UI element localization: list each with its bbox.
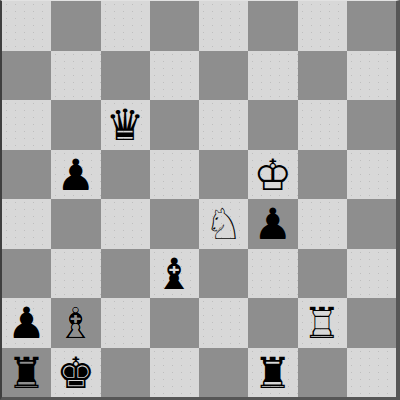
square-b3[interactable] — [51, 249, 100, 299]
square-a5[interactable] — [2, 150, 51, 200]
square-a2[interactable]: ♟ — [2, 298, 51, 348]
square-g6[interactable] — [298, 100, 347, 150]
square-h1[interactable] — [347, 348, 396, 398]
square-a4[interactable] — [2, 199, 51, 249]
square-e1[interactable] — [199, 348, 248, 398]
square-f3[interactable] — [248, 249, 297, 299]
square-d6[interactable] — [150, 100, 199, 150]
square-b6[interactable] — [51, 100, 100, 150]
square-g1[interactable] — [298, 348, 347, 398]
square-h4[interactable] — [347, 199, 396, 249]
black-pawn-piece[interactable]: ♟ — [254, 203, 293, 246]
square-e8[interactable] — [199, 1, 248, 51]
black-rook-piece[interactable]: ♜ — [7, 352, 46, 395]
square-c6[interactable]: ♛ — [101, 100, 150, 150]
square-h5[interactable] — [347, 150, 396, 200]
square-d2[interactable] — [150, 298, 199, 348]
square-b5[interactable]: ♟ — [51, 150, 100, 200]
square-c4[interactable] — [101, 199, 150, 249]
square-f1[interactable]: ♜ — [248, 348, 297, 398]
white-rook-piece[interactable]: ♖ — [303, 302, 342, 345]
square-e2[interactable] — [199, 298, 248, 348]
square-g8[interactable] — [298, 1, 347, 51]
square-b7[interactable] — [51, 51, 100, 101]
square-e6[interactable] — [199, 100, 248, 150]
black-queen-piece[interactable]: ♛ — [106, 104, 145, 147]
square-a8[interactable] — [2, 1, 51, 51]
square-f2[interactable] — [248, 298, 297, 348]
black-pawn-piece[interactable]: ♟ — [7, 302, 46, 345]
square-g7[interactable] — [298, 51, 347, 101]
square-a7[interactable] — [2, 51, 51, 101]
square-d5[interactable] — [150, 150, 199, 200]
square-e3[interactable] — [199, 249, 248, 299]
square-f5[interactable]: ♔ — [248, 150, 297, 200]
square-d8[interactable] — [150, 1, 199, 51]
square-e5[interactable] — [199, 150, 248, 200]
black-king-piece[interactable]: ♚ — [57, 352, 96, 395]
square-h2[interactable] — [347, 298, 396, 348]
black-pawn-piece[interactable]: ♟ — [57, 154, 96, 197]
square-b2[interactable]: ♗ — [51, 298, 100, 348]
square-g4[interactable] — [298, 199, 347, 249]
square-d1[interactable] — [150, 348, 199, 398]
square-b8[interactable] — [51, 1, 100, 51]
square-g3[interactable] — [298, 249, 347, 299]
square-c3[interactable] — [101, 249, 150, 299]
square-g5[interactable] — [298, 150, 347, 200]
square-f7[interactable] — [248, 51, 297, 101]
square-c7[interactable] — [101, 51, 150, 101]
square-h7[interactable] — [347, 51, 396, 101]
chess-board: ♛♟♔♘♟♝♟♗♖♜♚♜ — [2, 1, 396, 397]
square-d7[interactable] — [150, 51, 199, 101]
square-b1[interactable]: ♚ — [51, 348, 100, 398]
white-bishop-piece[interactable]: ♗ — [57, 302, 96, 345]
square-c5[interactable] — [101, 150, 150, 200]
white-king-piece[interactable]: ♔ — [254, 154, 293, 197]
square-e7[interactable] — [199, 51, 248, 101]
black-rook-piece[interactable]: ♜ — [254, 352, 293, 395]
black-bishop-piece[interactable]: ♝ — [155, 253, 194, 296]
square-d4[interactable] — [150, 199, 199, 249]
white-knight-piece[interactable]: ♘ — [204, 203, 243, 246]
chess-board-frame: ♛♟♔♘♟♝♟♗♖♜♚♜ — [0, 0, 400, 400]
square-a3[interactable] — [2, 249, 51, 299]
square-h8[interactable] — [347, 1, 396, 51]
square-g2[interactable]: ♖ — [298, 298, 347, 348]
square-b4[interactable] — [51, 199, 100, 249]
square-c8[interactable] — [101, 1, 150, 51]
square-a1[interactable]: ♜ — [2, 348, 51, 398]
square-h3[interactable] — [347, 249, 396, 299]
square-h6[interactable] — [347, 100, 396, 150]
square-f6[interactable] — [248, 100, 297, 150]
square-d3[interactable]: ♝ — [150, 249, 199, 299]
square-e4[interactable]: ♘ — [199, 199, 248, 249]
square-c1[interactable] — [101, 348, 150, 398]
square-a6[interactable] — [2, 100, 51, 150]
square-f4[interactable]: ♟ — [248, 199, 297, 249]
square-f8[interactable] — [248, 1, 297, 51]
square-c2[interactable] — [101, 298, 150, 348]
